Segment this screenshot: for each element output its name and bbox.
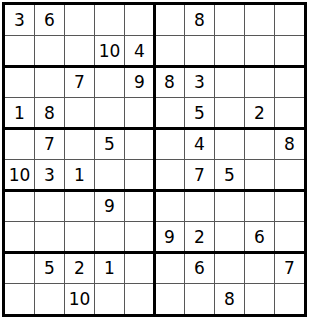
cell-r7c4: 9 <box>95 191 124 221</box>
cell-r3c2[interactable] <box>35 67 64 97</box>
cell-r2c7[interactable] <box>185 36 214 66</box>
cell-r4c10[interactable] <box>275 98 304 128</box>
cell-r2c2[interactable] <box>35 36 64 66</box>
cell-r2c6[interactable] <box>155 36 184 66</box>
cell-r1c9[interactable] <box>245 5 274 35</box>
cell-r7c7[interactable] <box>185 191 214 221</box>
cell-r8c2[interactable] <box>35 222 64 252</box>
cell-r7c5[interactable] <box>125 191 154 221</box>
cell-r10c1[interactable] <box>5 284 34 314</box>
cell-r1c4[interactable] <box>95 5 124 35</box>
cell-r4c6[interactable] <box>155 98 184 128</box>
cell-r6c2: 3 <box>35 160 64 190</box>
cell-r2c8[interactable] <box>215 36 244 66</box>
cell-r5c3[interactable] <box>65 129 94 159</box>
cell-r10c3: 10 <box>65 284 94 314</box>
cell-r5c8[interactable] <box>215 129 244 159</box>
cell-r9c4: 1 <box>95 253 124 283</box>
cell-r10c7[interactable] <box>185 284 214 314</box>
cell-r7c6[interactable] <box>155 191 184 221</box>
cell-r1c6[interactable] <box>155 5 184 35</box>
cell-r4c9: 2 <box>245 98 274 128</box>
cell-r9c1[interactable] <box>5 253 34 283</box>
cell-r1c10[interactable] <box>275 5 304 35</box>
sudoku-board: 368104798318527548103175992652167108 <box>2 2 307 317</box>
cell-r3c6: 8 <box>155 67 184 97</box>
cell-r3c5: 9 <box>125 67 154 97</box>
cell-r6c3: 1 <box>65 160 94 190</box>
cell-r5c1[interactable] <box>5 129 34 159</box>
box-divider-horizontal-2 <box>5 127 304 130</box>
cell-r9c2: 5 <box>35 253 64 283</box>
cell-r5c5[interactable] <box>125 129 154 159</box>
cell-r1c3[interactable] <box>65 5 94 35</box>
cell-r5c10: 8 <box>275 129 304 159</box>
cell-r2c10[interactable] <box>275 36 304 66</box>
cell-r4c3[interactable] <box>65 98 94 128</box>
cell-r3c7: 3 <box>185 67 214 97</box>
cell-r6c7: 7 <box>185 160 214 190</box>
box-divider-horizontal-4 <box>5 251 304 254</box>
cell-r4c1: 1 <box>5 98 34 128</box>
cell-r7c2[interactable] <box>35 191 64 221</box>
cell-r7c8[interactable] <box>215 191 244 221</box>
box-divider-vertical-1 <box>153 5 156 314</box>
cell-r3c4[interactable] <box>95 67 124 97</box>
cell-r8c1[interactable] <box>5 222 34 252</box>
cell-r9c6[interactable] <box>155 253 184 283</box>
cell-r3c9[interactable] <box>245 67 274 97</box>
cell-r10c10[interactable] <box>275 284 304 314</box>
cell-r8c5[interactable] <box>125 222 154 252</box>
cell-r3c8[interactable] <box>215 67 244 97</box>
cell-r6c10[interactable] <box>275 160 304 190</box>
box-divider-horizontal-1 <box>5 65 304 68</box>
cell-r1c5[interactable] <box>125 5 154 35</box>
cell-r8c9: 6 <box>245 222 274 252</box>
cell-r5c7: 4 <box>185 129 214 159</box>
cell-r9c9[interactable] <box>245 253 274 283</box>
cell-r2c1[interactable] <box>5 36 34 66</box>
cell-r2c5: 4 <box>125 36 154 66</box>
cell-r9c10: 7 <box>275 253 304 283</box>
cell-r1c7: 8 <box>185 5 214 35</box>
cell-r10c8: 8 <box>215 284 244 314</box>
cell-r6c4[interactable] <box>95 160 124 190</box>
cell-r9c3: 2 <box>65 253 94 283</box>
cell-r5c6[interactable] <box>155 129 184 159</box>
cell-r10c5[interactable] <box>125 284 154 314</box>
cell-r6c9[interactable] <box>245 160 274 190</box>
cell-r7c10[interactable] <box>275 191 304 221</box>
cell-r5c4: 5 <box>95 129 124 159</box>
box-divider-horizontal-3 <box>5 189 304 192</box>
cell-r8c10[interactable] <box>275 222 304 252</box>
cell-r9c5[interactable] <box>125 253 154 283</box>
cell-r8c3[interactable] <box>65 222 94 252</box>
cell-r10c9[interactable] <box>245 284 274 314</box>
cell-r6c8: 5 <box>215 160 244 190</box>
cell-r8c7: 2 <box>185 222 214 252</box>
cell-r10c2[interactable] <box>35 284 64 314</box>
cell-r9c8[interactable] <box>215 253 244 283</box>
cell-r6c1: 10 <box>5 160 34 190</box>
cell-r4c2: 8 <box>35 98 64 128</box>
cell-r6c6[interactable] <box>155 160 184 190</box>
cell-r4c7: 5 <box>185 98 214 128</box>
cell-r3c10[interactable] <box>275 67 304 97</box>
cell-r5c2: 7 <box>35 129 64 159</box>
cell-r8c6: 9 <box>155 222 184 252</box>
cell-r1c2: 6 <box>35 5 64 35</box>
cell-r8c4[interactable] <box>95 222 124 252</box>
cell-r10c4[interactable] <box>95 284 124 314</box>
cell-r2c4: 10 <box>95 36 124 66</box>
cell-r7c9[interactable] <box>245 191 274 221</box>
cell-r7c1[interactable] <box>5 191 34 221</box>
cell-r2c3[interactable] <box>65 36 94 66</box>
cell-r2c9[interactable] <box>245 36 274 66</box>
cell-r8c8[interactable] <box>215 222 244 252</box>
cell-r1c8[interactable] <box>215 5 244 35</box>
cell-r4c8[interactable] <box>215 98 244 128</box>
cell-r3c1[interactable] <box>5 67 34 97</box>
cell-r1c1: 3 <box>5 5 34 35</box>
cell-r5c9[interactable] <box>245 129 274 159</box>
cell-r4c5[interactable] <box>125 98 154 128</box>
cell-r9c7: 6 <box>185 253 214 283</box>
cell-r4c4[interactable] <box>95 98 124 128</box>
cell-r7c3[interactable] <box>65 191 94 221</box>
cell-r3c3: 7 <box>65 67 94 97</box>
page: { "game": "sudoku", "variant": "10x10 su… <box>0 0 312 320</box>
cell-r6c5[interactable] <box>125 160 154 190</box>
cell-r10c6[interactable] <box>155 284 184 314</box>
